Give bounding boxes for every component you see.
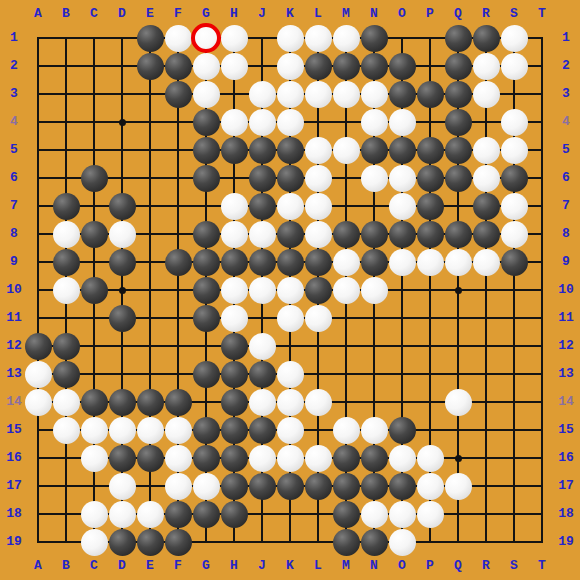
stone-white xyxy=(221,25,248,52)
stone-white xyxy=(165,25,192,52)
stone-white xyxy=(221,277,248,304)
stone-black xyxy=(221,137,248,164)
stone-white xyxy=(501,25,528,52)
stone-black xyxy=(445,53,472,80)
stone-white xyxy=(277,305,304,332)
stone-white xyxy=(277,277,304,304)
row-label-right-1: 1 xyxy=(554,31,578,45)
stone-white xyxy=(501,221,528,248)
stone-black xyxy=(109,389,136,416)
stone-black xyxy=(165,249,192,276)
stone-black xyxy=(333,53,360,80)
stone-black xyxy=(417,193,444,220)
stone-white xyxy=(333,417,360,444)
stone-black xyxy=(221,249,248,276)
stone-white xyxy=(305,389,332,416)
stone-black xyxy=(473,193,500,220)
stone-black xyxy=(361,445,388,472)
stone-black xyxy=(193,165,220,192)
stone-black xyxy=(81,165,108,192)
col-label-top-P: P xyxy=(418,7,442,21)
stone-white xyxy=(501,109,528,136)
stone-white xyxy=(473,137,500,164)
stone-white xyxy=(305,165,332,192)
stone-black xyxy=(361,53,388,80)
row-label-right-9: 9 xyxy=(554,255,578,269)
col-label-top-J: J xyxy=(250,7,274,21)
stone-white xyxy=(361,277,388,304)
stone-white xyxy=(389,445,416,472)
row-label-right-10: 10 xyxy=(554,283,578,297)
row-label-left-8: 8 xyxy=(2,227,26,241)
row-label-right-7: 7 xyxy=(554,199,578,213)
stone-black xyxy=(221,361,248,388)
stone-white xyxy=(221,193,248,220)
stone-white xyxy=(193,53,220,80)
stone-black xyxy=(361,221,388,248)
stone-black xyxy=(165,389,192,416)
col-label-top-S: S xyxy=(502,7,526,21)
stone-white xyxy=(473,249,500,276)
col-label-top-D: D xyxy=(110,7,134,21)
stone-black xyxy=(277,473,304,500)
stone-white xyxy=(81,501,108,528)
stone-black xyxy=(361,249,388,276)
stone-black xyxy=(109,529,136,556)
stone-black xyxy=(389,221,416,248)
stone-black xyxy=(193,445,220,472)
col-label-bottom-A: A xyxy=(26,559,50,573)
row-label-left-6: 6 xyxy=(2,171,26,185)
stone-black xyxy=(137,53,164,80)
star-point-D4 xyxy=(119,119,126,126)
stone-black xyxy=(249,137,276,164)
stone-white xyxy=(473,81,500,108)
stone-black xyxy=(81,221,108,248)
stone-white xyxy=(417,501,444,528)
stone-black xyxy=(389,53,416,80)
stone-white xyxy=(473,165,500,192)
stone-black xyxy=(137,529,164,556)
col-label-bottom-N: N xyxy=(362,559,386,573)
stone-black xyxy=(305,473,332,500)
row-label-right-14: 14 xyxy=(554,395,578,409)
stone-black xyxy=(81,277,108,304)
stone-black xyxy=(165,81,192,108)
star-point-Q16 xyxy=(455,455,462,462)
stone-white xyxy=(361,165,388,192)
stone-white xyxy=(305,25,332,52)
stone-black xyxy=(249,473,276,500)
stone-white xyxy=(389,165,416,192)
stone-white xyxy=(137,417,164,444)
stone-white xyxy=(53,417,80,444)
col-label-top-T: T xyxy=(530,7,554,21)
row-label-left-2: 2 xyxy=(2,59,26,73)
stone-black xyxy=(445,81,472,108)
stone-black xyxy=(249,361,276,388)
stone-white xyxy=(249,109,276,136)
stone-black xyxy=(389,473,416,500)
row-label-left-19: 19 xyxy=(2,535,26,549)
stone-black xyxy=(501,249,528,276)
stone-black xyxy=(193,221,220,248)
stone-white xyxy=(53,221,80,248)
col-label-bottom-O: O xyxy=(390,559,414,573)
col-label-bottom-C: C xyxy=(82,559,106,573)
stone-black xyxy=(193,417,220,444)
go-board[interactable]: AABBCCDDEEFFGGHHJJKKLLMMNNOOPPQQRRSSTT11… xyxy=(0,0,580,580)
row-label-right-6: 6 xyxy=(554,171,578,185)
star-point-D10 xyxy=(119,287,126,294)
stone-black xyxy=(389,417,416,444)
stone-black xyxy=(109,305,136,332)
row-label-left-4: 4 xyxy=(2,115,26,129)
stone-white xyxy=(81,417,108,444)
col-label-bottom-H: H xyxy=(222,559,246,573)
stone-white xyxy=(109,473,136,500)
row-label-right-15: 15 xyxy=(554,423,578,437)
stone-white xyxy=(361,109,388,136)
stone-white xyxy=(221,305,248,332)
stone-white xyxy=(445,389,472,416)
row-label-left-18: 18 xyxy=(2,507,26,521)
stone-white xyxy=(221,221,248,248)
stone-white xyxy=(361,81,388,108)
stone-white xyxy=(305,193,332,220)
col-label-bottom-P: P xyxy=(418,559,442,573)
stone-white xyxy=(193,473,220,500)
row-label-right-16: 16 xyxy=(554,451,578,465)
stone-white xyxy=(417,249,444,276)
stone-black xyxy=(501,165,528,192)
stone-white xyxy=(221,53,248,80)
stone-black xyxy=(193,361,220,388)
col-label-top-H: H xyxy=(222,7,246,21)
col-label-top-F: F xyxy=(166,7,190,21)
stone-black xyxy=(361,529,388,556)
stone-black xyxy=(249,165,276,192)
col-label-top-E: E xyxy=(138,7,162,21)
stone-white xyxy=(305,221,332,248)
stone-white xyxy=(249,445,276,472)
stone-black xyxy=(221,389,248,416)
stone-white xyxy=(445,249,472,276)
col-label-bottom-J: J xyxy=(250,559,274,573)
stone-black xyxy=(221,445,248,472)
col-label-top-N: N xyxy=(362,7,386,21)
row-label-right-3: 3 xyxy=(554,87,578,101)
stone-black xyxy=(361,473,388,500)
stone-white xyxy=(389,193,416,220)
row-label-left-1: 1 xyxy=(2,31,26,45)
row-label-left-5: 5 xyxy=(2,143,26,157)
stone-black xyxy=(53,249,80,276)
row-label-right-4: 4 xyxy=(554,115,578,129)
row-label-left-7: 7 xyxy=(2,199,26,213)
row-label-left-10: 10 xyxy=(2,283,26,297)
stone-white xyxy=(109,501,136,528)
stone-black xyxy=(193,249,220,276)
stone-black xyxy=(389,81,416,108)
stone-black xyxy=(473,25,500,52)
col-label-bottom-L: L xyxy=(306,559,330,573)
stone-white xyxy=(277,193,304,220)
stone-black xyxy=(305,249,332,276)
stone-white xyxy=(277,361,304,388)
col-label-bottom-E: E xyxy=(138,559,162,573)
row-label-left-16: 16 xyxy=(2,451,26,465)
col-label-top-R: R xyxy=(474,7,498,21)
stone-black xyxy=(417,137,444,164)
col-label-bottom-Q: Q xyxy=(446,559,470,573)
stone-white xyxy=(277,109,304,136)
stone-black xyxy=(221,333,248,360)
stone-white xyxy=(277,417,304,444)
row-label-left-11: 11 xyxy=(2,311,26,325)
col-label-top-A: A xyxy=(26,7,50,21)
stone-black xyxy=(445,25,472,52)
stone-black xyxy=(473,221,500,248)
stone-white xyxy=(249,81,276,108)
stone-black xyxy=(53,333,80,360)
row-label-right-17: 17 xyxy=(554,479,578,493)
stone-white xyxy=(445,473,472,500)
stone-black xyxy=(445,221,472,248)
stone-black xyxy=(25,333,52,360)
stone-black xyxy=(221,473,248,500)
stone-white xyxy=(137,501,164,528)
stone-black xyxy=(109,249,136,276)
col-label-bottom-G: G xyxy=(194,559,218,573)
row-label-right-19: 19 xyxy=(554,535,578,549)
stone-black xyxy=(109,193,136,220)
stone-white xyxy=(165,417,192,444)
stone-white xyxy=(501,137,528,164)
stone-black xyxy=(193,137,220,164)
stone-black xyxy=(333,473,360,500)
grid-hline xyxy=(37,345,543,347)
stone-white xyxy=(501,193,528,220)
stone-white xyxy=(165,473,192,500)
row-label-right-2: 2 xyxy=(554,59,578,73)
col-label-bottom-M: M xyxy=(334,559,358,573)
stone-black xyxy=(361,25,388,52)
stone-black xyxy=(249,249,276,276)
grid-vline xyxy=(485,37,487,543)
grid-vline xyxy=(541,37,543,543)
row-label-right-18: 18 xyxy=(554,507,578,521)
row-label-right-11: 11 xyxy=(554,311,578,325)
stone-white xyxy=(81,445,108,472)
stone-black xyxy=(333,221,360,248)
stone-white xyxy=(249,333,276,360)
stone-black xyxy=(165,53,192,80)
stone-white xyxy=(333,277,360,304)
stone-white xyxy=(333,81,360,108)
star-point-Q10 xyxy=(455,287,462,294)
stone-black xyxy=(333,501,360,528)
stone-black xyxy=(277,165,304,192)
stone-white xyxy=(501,53,528,80)
row-label-left-12: 12 xyxy=(2,339,26,353)
stone-black xyxy=(193,305,220,332)
row-label-right-12: 12 xyxy=(554,339,578,353)
stone-white xyxy=(305,81,332,108)
stone-white xyxy=(389,249,416,276)
stone-white xyxy=(277,445,304,472)
row-label-left-14: 14 xyxy=(2,395,26,409)
stone-black xyxy=(445,165,472,192)
stone-black xyxy=(277,249,304,276)
stone-white xyxy=(305,305,332,332)
stone-white xyxy=(417,473,444,500)
stone-white xyxy=(389,501,416,528)
stone-black xyxy=(333,445,360,472)
stone-black xyxy=(165,501,192,528)
stone-white-marked xyxy=(191,23,221,53)
stone-white xyxy=(333,137,360,164)
stone-black xyxy=(361,137,388,164)
stone-white xyxy=(389,109,416,136)
col-label-top-K: K xyxy=(278,7,302,21)
stone-black xyxy=(417,165,444,192)
stone-black xyxy=(305,53,332,80)
stone-white xyxy=(249,221,276,248)
stone-white xyxy=(277,53,304,80)
stone-black xyxy=(389,137,416,164)
stone-white xyxy=(249,277,276,304)
stone-black xyxy=(277,221,304,248)
stone-black xyxy=(137,389,164,416)
stone-white xyxy=(25,361,52,388)
stone-white xyxy=(109,221,136,248)
row-label-right-13: 13 xyxy=(554,367,578,381)
stone-black xyxy=(193,501,220,528)
stone-black xyxy=(277,137,304,164)
stone-black xyxy=(221,501,248,528)
row-label-left-9: 9 xyxy=(2,255,26,269)
col-label-bottom-K: K xyxy=(278,559,302,573)
stone-black xyxy=(53,361,80,388)
row-label-right-5: 5 xyxy=(554,143,578,157)
stone-black xyxy=(53,193,80,220)
stone-white xyxy=(165,445,192,472)
stone-white xyxy=(389,529,416,556)
stone-black xyxy=(417,221,444,248)
stone-white xyxy=(417,445,444,472)
stone-black xyxy=(137,445,164,472)
row-label-left-13: 13 xyxy=(2,367,26,381)
stone-white xyxy=(361,501,388,528)
stone-black xyxy=(81,389,108,416)
stone-black xyxy=(445,109,472,136)
stone-black xyxy=(305,277,332,304)
stone-white xyxy=(473,53,500,80)
stone-black xyxy=(109,445,136,472)
col-label-bottom-F: F xyxy=(166,559,190,573)
col-label-top-G: G xyxy=(194,7,218,21)
stone-black xyxy=(193,109,220,136)
stone-white xyxy=(249,389,276,416)
stone-white xyxy=(277,389,304,416)
stone-white xyxy=(277,25,304,52)
stone-white xyxy=(221,109,248,136)
stone-white xyxy=(81,529,108,556)
col-label-top-L: L xyxy=(306,7,330,21)
stone-white xyxy=(53,277,80,304)
col-label-bottom-D: D xyxy=(110,559,134,573)
col-label-bottom-T: T xyxy=(530,559,554,573)
stone-white xyxy=(25,389,52,416)
col-label-bottom-R: R xyxy=(474,559,498,573)
stone-black xyxy=(445,137,472,164)
row-label-left-17: 17 xyxy=(2,479,26,493)
row-label-left-3: 3 xyxy=(2,87,26,101)
stone-white xyxy=(193,81,220,108)
stone-black xyxy=(137,25,164,52)
stone-white xyxy=(333,249,360,276)
col-label-bottom-S: S xyxy=(502,559,526,573)
stone-black xyxy=(249,417,276,444)
stone-white xyxy=(333,25,360,52)
row-label-left-15: 15 xyxy=(2,423,26,437)
stone-white xyxy=(277,81,304,108)
col-label-bottom-B: B xyxy=(54,559,78,573)
stone-black xyxy=(165,529,192,556)
stone-white xyxy=(361,417,388,444)
stone-white xyxy=(305,137,332,164)
stone-white xyxy=(53,389,80,416)
col-label-top-M: M xyxy=(334,7,358,21)
stone-black xyxy=(417,81,444,108)
col-label-top-O: O xyxy=(390,7,414,21)
col-label-top-Q: Q xyxy=(446,7,470,21)
stone-black xyxy=(333,529,360,556)
stone-white xyxy=(109,417,136,444)
stone-black xyxy=(249,193,276,220)
stone-black xyxy=(221,417,248,444)
stone-white xyxy=(305,445,332,472)
col-label-top-C: C xyxy=(82,7,106,21)
row-label-right-8: 8 xyxy=(554,227,578,241)
stone-black xyxy=(193,277,220,304)
col-label-top-B: B xyxy=(54,7,78,21)
